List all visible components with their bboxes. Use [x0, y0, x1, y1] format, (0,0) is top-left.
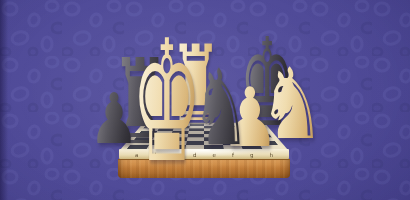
white-king-piece: ♚ [132, 18, 203, 186]
chess-promo-banner[interactable]: abcdefgh ♟♜♚♜♞♟♚♞ [0, 0, 410, 200]
